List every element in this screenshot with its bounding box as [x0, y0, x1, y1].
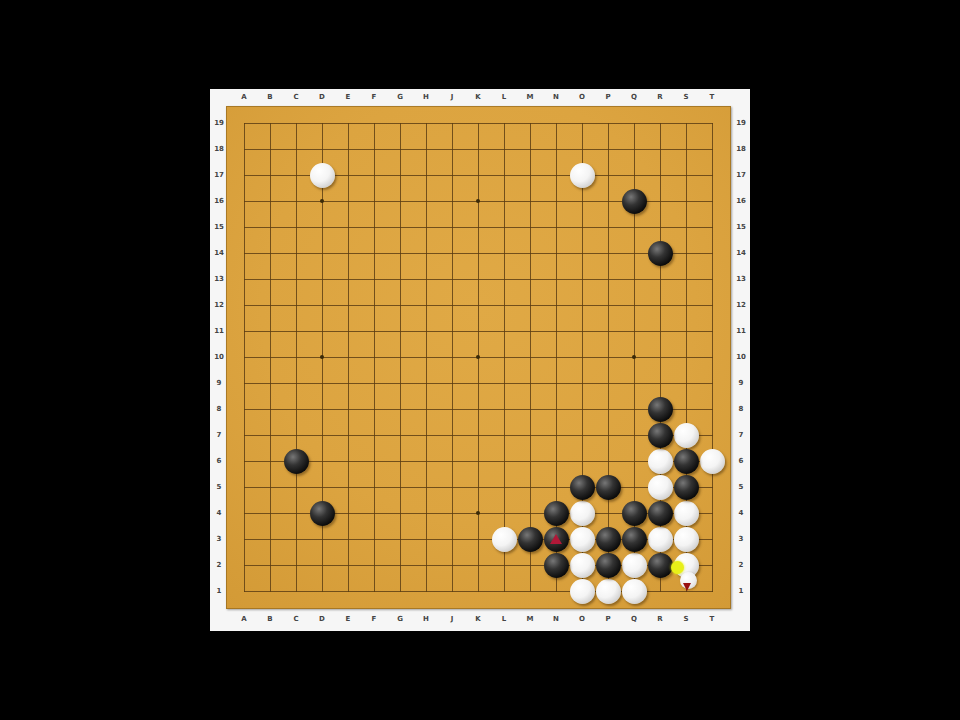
grid-line-horizontal	[244, 461, 713, 462]
coord-top-D: D	[314, 93, 330, 101]
coord-bottom-O: O	[574, 615, 590, 623]
coord-right-15: 15	[733, 223, 749, 231]
stone-black-N4	[544, 501, 569, 526]
stone-white-R6	[648, 449, 673, 474]
stone-black-N2	[544, 553, 569, 578]
coord-left-18: 18	[211, 145, 227, 153]
coord-bottom-R: R	[652, 615, 668, 623]
stone-white-R3	[648, 527, 673, 552]
stone-white-Q1	[622, 579, 647, 604]
grid-line-vertical	[426, 123, 427, 592]
stone-black-Q3	[622, 527, 647, 552]
stone-black-R4	[648, 501, 673, 526]
coord-bottom-M: M	[522, 615, 538, 623]
grid-line-vertical	[400, 123, 401, 592]
stone-black-P2	[596, 553, 621, 578]
grid-line-horizontal	[244, 149, 713, 150]
stone-white-P1	[596, 579, 621, 604]
coord-top-F: F	[366, 93, 382, 101]
coord-top-O: O	[574, 93, 590, 101]
coord-right-12: 12	[733, 301, 749, 309]
star-point-D10	[320, 355, 324, 359]
grid-line-vertical	[244, 123, 245, 592]
coord-left-11: 11	[211, 327, 227, 335]
coord-top-N: N	[548, 93, 564, 101]
coord-bottom-F: F	[366, 615, 382, 623]
stone-black-P5	[596, 475, 621, 500]
coord-bottom-G: G	[392, 615, 408, 623]
stone-white-S7	[674, 423, 699, 448]
coord-left-12: 12	[211, 301, 227, 309]
grid-line-vertical	[296, 123, 297, 592]
stone-white-O2	[570, 553, 595, 578]
stone-black-R7	[648, 423, 673, 448]
coord-right-17: 17	[733, 171, 749, 179]
stone-white-O4	[570, 501, 595, 526]
grid-line-horizontal	[244, 253, 713, 254]
coord-bottom-L: L	[496, 615, 512, 623]
stone-black-Q4	[622, 501, 647, 526]
coord-top-K: K	[470, 93, 486, 101]
coord-bottom-J: J	[444, 615, 460, 623]
grid-line-vertical	[504, 123, 505, 592]
coord-right-10: 10	[733, 353, 749, 361]
stone-black-R8	[648, 397, 673, 422]
coord-left-15: 15	[211, 223, 227, 231]
stone-white-O17	[570, 163, 595, 188]
stone-black-R14	[648, 241, 673, 266]
coord-left-1: 1	[211, 587, 227, 595]
coord-top-M: M	[522, 93, 538, 101]
grid-line-horizontal	[244, 435, 713, 436]
coord-left-16: 16	[211, 197, 227, 205]
coord-right-16: 16	[733, 197, 749, 205]
stone-black-O5	[570, 475, 595, 500]
grid-line-vertical	[374, 123, 375, 592]
grid-line-vertical	[348, 123, 349, 592]
coord-bottom-A: A	[236, 615, 252, 623]
red-arrow-marker	[683, 583, 691, 591]
coord-bottom-C: C	[288, 615, 304, 623]
coord-top-E: E	[340, 93, 356, 101]
coord-right-13: 13	[733, 275, 749, 283]
coord-top-G: G	[392, 93, 408, 101]
stone-white-D17	[310, 163, 335, 188]
coord-left-6: 6	[211, 457, 227, 465]
coord-top-J: J	[444, 93, 460, 101]
coord-left-17: 17	[211, 171, 227, 179]
grid-line-horizontal	[244, 383, 713, 384]
coord-left-5: 5	[211, 483, 227, 491]
coord-left-10: 10	[211, 353, 227, 361]
coord-left-13: 13	[211, 275, 227, 283]
stone-black-M3	[518, 527, 543, 552]
coord-top-L: L	[496, 93, 512, 101]
star-point-K16	[476, 199, 480, 203]
coord-bottom-Q: Q	[626, 615, 642, 623]
coord-bottom-S: S	[678, 615, 694, 623]
stone-white-L3	[492, 527, 517, 552]
coord-bottom-K: K	[470, 615, 486, 623]
coord-bottom-B: B	[262, 615, 278, 623]
coord-right-14: 14	[733, 249, 749, 257]
coord-top-A: A	[236, 93, 252, 101]
coord-top-H: H	[418, 93, 434, 101]
coord-bottom-H: H	[418, 615, 434, 623]
grid-line-horizontal	[244, 487, 713, 488]
coord-left-14: 14	[211, 249, 227, 257]
stone-black-S6	[674, 449, 699, 474]
coord-left-3: 3	[211, 535, 227, 543]
star-point-K10	[476, 355, 480, 359]
coord-right-18: 18	[733, 145, 749, 153]
stone-white-S4	[674, 501, 699, 526]
stone-black-P3	[596, 527, 621, 552]
coord-right-2: 2	[733, 561, 749, 569]
coord-top-B: B	[262, 93, 278, 101]
stone-black-D4	[310, 501, 335, 526]
coord-bottom-E: E	[340, 615, 356, 623]
grid-line-vertical	[608, 123, 609, 592]
coord-right-8: 8	[733, 405, 749, 413]
coord-right-6: 6	[733, 457, 749, 465]
stone-white-O1	[570, 579, 595, 604]
coord-bottom-D: D	[314, 615, 330, 623]
stone-black-Q16	[622, 189, 647, 214]
coord-right-1: 1	[733, 587, 749, 595]
stone-black-R2	[648, 553, 673, 578]
coord-left-8: 8	[211, 405, 227, 413]
coord-left-4: 4	[211, 509, 227, 517]
coord-top-C: C	[288, 93, 304, 101]
star-point-K4	[476, 511, 480, 515]
coord-left-2: 2	[211, 561, 227, 569]
coord-top-P: P	[600, 93, 616, 101]
coord-right-7: 7	[733, 431, 749, 439]
stone-black-S5	[674, 475, 699, 500]
stone-white-T6	[700, 449, 725, 474]
coord-right-4: 4	[733, 509, 749, 517]
coord-left-19: 19	[211, 119, 227, 127]
board-frame: AABBCCDDEEFFGGHHJJKKLLMMNNOOPPQQRRSSTT19…	[210, 89, 750, 631]
coord-bottom-N: N	[548, 615, 564, 623]
grid-line-vertical	[270, 123, 271, 592]
coord-left-9: 9	[211, 379, 227, 387]
grid-line-vertical	[712, 123, 713, 592]
coord-right-3: 3	[733, 535, 749, 543]
stone-white-Q2	[622, 553, 647, 578]
coord-top-T: T	[704, 93, 720, 101]
stone-white-S3	[674, 527, 699, 552]
stone-white-R5	[648, 475, 673, 500]
grid-line-horizontal	[244, 123, 713, 124]
coord-bottom-T: T	[704, 615, 720, 623]
stone-black-C6	[284, 449, 309, 474]
triangle-marker-N3	[550, 534, 562, 544]
grid-line-vertical	[530, 123, 531, 592]
coord-top-R: R	[652, 93, 668, 101]
grid-line-horizontal	[244, 331, 713, 332]
stone-white-O3	[570, 527, 595, 552]
grid-line-horizontal	[244, 227, 713, 228]
grid-line-vertical	[452, 123, 453, 592]
grid-line-horizontal	[244, 409, 713, 410]
star-point-D16	[320, 199, 324, 203]
coord-bottom-P: P	[600, 615, 616, 623]
coord-left-7: 7	[211, 431, 227, 439]
video-frame: AABBCCDDEEFFGGHHJJKKLLMMNNOOPPQQRRSSTT19…	[0, 0, 960, 720]
coord-right-19: 19	[733, 119, 749, 127]
coord-right-11: 11	[733, 327, 749, 335]
star-point-Q10	[632, 355, 636, 359]
coord-top-S: S	[678, 93, 694, 101]
grid-line-horizontal	[244, 279, 713, 280]
coord-right-5: 5	[733, 483, 749, 491]
last-move-highlight	[671, 561, 684, 574]
grid-line-horizontal	[244, 305, 713, 306]
coord-right-9: 9	[733, 379, 749, 387]
coord-top-Q: Q	[626, 93, 642, 101]
